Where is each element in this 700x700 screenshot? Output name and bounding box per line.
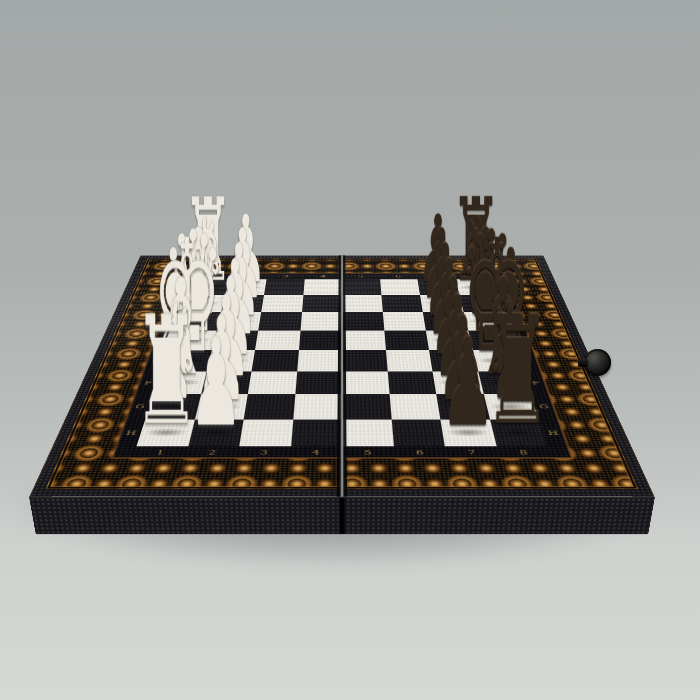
chess-piece-glyph: ♟ (166, 322, 266, 443)
photo-background: { "game": "chess", "position": { "fen": … (0, 0, 700, 700)
clasp-latch (584, 349, 611, 376)
chess-piece-glyph: ♜ (468, 296, 568, 446)
fold-seam-side (338, 498, 346, 535)
board-side-front (29, 497, 654, 535)
chess-board: 12345678 12345678 ABCDEFGH ABCDEFGH ♜♟♟♜… (29, 255, 654, 496)
product-photo: 12345678 12345678 ABCDEFGH ABCDEFGH ♜♟♟♜… (0, 0, 700, 700)
